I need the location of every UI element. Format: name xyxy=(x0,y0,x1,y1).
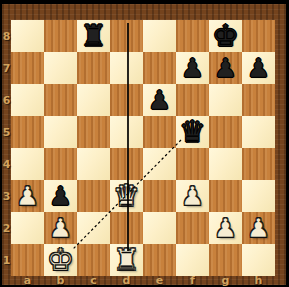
square-g2[interactable]: ♟ xyxy=(209,212,242,244)
square-h1[interactable] xyxy=(242,244,275,276)
square-d3[interactable]: ♛ xyxy=(110,180,143,212)
square-h4[interactable] xyxy=(242,148,275,180)
square-h3[interactable] xyxy=(242,180,275,212)
square-h7[interactable]: ♟ xyxy=(242,52,275,84)
square-b6[interactable] xyxy=(44,84,77,116)
square-g7[interactable]: ♟ xyxy=(209,52,242,84)
square-e3[interactable] xyxy=(143,180,176,212)
square-e6[interactable]: ♟ xyxy=(143,84,176,116)
square-b4[interactable] xyxy=(44,148,77,180)
piece-white-king[interactable]: ♚ xyxy=(47,245,74,275)
square-a8[interactable] xyxy=(11,20,44,52)
square-d4[interactable] xyxy=(110,148,143,180)
piece-black-king[interactable]: ♚ xyxy=(212,21,239,51)
square-f1[interactable] xyxy=(176,244,209,276)
square-c3[interactable] xyxy=(77,180,110,212)
square-c8[interactable]: ♜ xyxy=(77,20,110,52)
piece-black-queen[interactable]: ♛ xyxy=(179,117,206,147)
square-a5[interactable] xyxy=(11,116,44,148)
square-h5[interactable] xyxy=(242,116,275,148)
square-a3[interactable]: ♟ xyxy=(11,180,44,212)
square-a6[interactable] xyxy=(11,84,44,116)
square-g1[interactable] xyxy=(209,244,242,276)
square-h8[interactable] xyxy=(242,20,275,52)
file-label-f: f xyxy=(176,274,209,286)
square-e2[interactable] xyxy=(143,212,176,244)
square-f7[interactable]: ♟ xyxy=(176,52,209,84)
piece-white-pawn[interactable]: ♟ xyxy=(181,183,204,209)
square-b5[interactable] xyxy=(44,116,77,148)
square-e7[interactable] xyxy=(143,52,176,84)
piece-white-queen[interactable]: ♛ xyxy=(113,181,140,211)
square-f2[interactable] xyxy=(176,212,209,244)
file-label-g: g xyxy=(209,274,242,286)
square-c4[interactable] xyxy=(77,148,110,180)
piece-white-pawn[interactable]: ♟ xyxy=(214,215,237,241)
file-label-c: c xyxy=(77,274,110,286)
rank-label-2: 2 xyxy=(2,212,11,244)
square-e5[interactable] xyxy=(143,116,176,148)
square-a1[interactable] xyxy=(11,244,44,276)
square-f3[interactable]: ♟ xyxy=(176,180,209,212)
square-f5[interactable]: ♛ xyxy=(176,116,209,148)
rank-label-7: 7 xyxy=(2,52,11,84)
square-d2[interactable] xyxy=(110,212,143,244)
rank-label-3: 3 xyxy=(2,180,11,212)
rank-label-6: 6 xyxy=(2,84,11,116)
file-label-a: a xyxy=(11,274,44,286)
square-a7[interactable] xyxy=(11,52,44,84)
square-b7[interactable] xyxy=(44,52,77,84)
square-d6[interactable] xyxy=(110,84,143,116)
square-d5[interactable] xyxy=(110,116,143,148)
square-c5[interactable] xyxy=(77,116,110,148)
square-d1[interactable]: ♜ xyxy=(110,244,143,276)
square-g6[interactable] xyxy=(209,84,242,116)
square-e1[interactable] xyxy=(143,244,176,276)
square-f6[interactable] xyxy=(176,84,209,116)
square-a4[interactable] xyxy=(11,148,44,180)
file-label-e: e xyxy=(143,274,176,286)
square-c7[interactable] xyxy=(77,52,110,84)
square-a2[interactable] xyxy=(11,212,44,244)
rank-label-1: 1 xyxy=(2,244,11,276)
piece-black-pawn[interactable]: ♟ xyxy=(148,87,171,113)
piece-black-rook[interactable]: ♜ xyxy=(80,21,107,51)
piece-black-pawn[interactable]: ♟ xyxy=(49,183,72,209)
square-c6[interactable] xyxy=(77,84,110,116)
rank-label-5: 5 xyxy=(2,116,11,148)
square-c1[interactable] xyxy=(77,244,110,276)
chess-board[interactable]: ♜♚♟♟♟♟♛♟♟♛♟♟♟♟♚♜ xyxy=(11,20,275,276)
rank-label-4: 4 xyxy=(2,148,11,180)
square-g4[interactable] xyxy=(209,148,242,180)
square-d7[interactable] xyxy=(110,52,143,84)
file-label-b: b xyxy=(44,274,77,286)
square-b1[interactable]: ♚ xyxy=(44,244,77,276)
piece-black-pawn[interactable]: ♟ xyxy=(247,55,270,81)
square-g3[interactable] xyxy=(209,180,242,212)
piece-black-pawn[interactable]: ♟ xyxy=(181,55,204,81)
square-g8[interactable]: ♚ xyxy=(209,20,242,52)
square-h6[interactable] xyxy=(242,84,275,116)
square-g5[interactable] xyxy=(209,116,242,148)
file-label-d: d xyxy=(110,274,143,286)
piece-black-pawn[interactable]: ♟ xyxy=(214,55,237,81)
piece-white-pawn[interactable]: ♟ xyxy=(49,215,72,241)
square-f4[interactable] xyxy=(176,148,209,180)
chess-diagram: ♜♚♟♟♟♟♛♟♟♛♟♟♟♟♚♜ 87654321abcdefgh xyxy=(0,0,289,287)
piece-white-rook[interactable]: ♜ xyxy=(113,245,140,275)
square-f8[interactable] xyxy=(176,20,209,52)
square-e8[interactable] xyxy=(143,20,176,52)
square-b8[interactable] xyxy=(44,20,77,52)
piece-white-pawn[interactable]: ♟ xyxy=(16,183,39,209)
square-b2[interactable]: ♟ xyxy=(44,212,77,244)
rank-label-8: 8 xyxy=(2,20,11,52)
square-d8[interactable] xyxy=(110,20,143,52)
square-e4[interactable] xyxy=(143,148,176,180)
piece-white-pawn[interactable]: ♟ xyxy=(247,215,270,241)
square-h2[interactable]: ♟ xyxy=(242,212,275,244)
file-label-h: h xyxy=(242,274,275,286)
square-b3[interactable]: ♟ xyxy=(44,180,77,212)
square-c2[interactable] xyxy=(77,212,110,244)
